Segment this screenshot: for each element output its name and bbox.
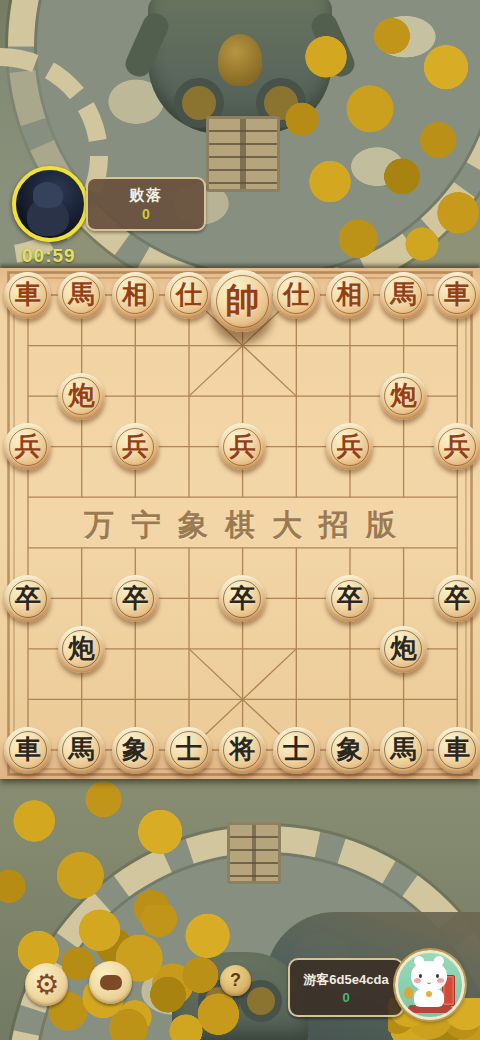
piece-char: 車 <box>15 737 41 763</box>
piece-char: 仕 <box>283 282 309 308</box>
piece-black-chariot[interactable]: 車 <box>434 727 480 774</box>
self-player-score: 0 <box>342 990 349 1005</box>
piece-char: 兵 <box>122 434 148 460</box>
cat-ear <box>433 955 445 967</box>
piece-char: 馬 <box>390 737 416 763</box>
piece-black-cannon[interactable]: 炮 <box>58 626 105 673</box>
piece-char: 兵 <box>337 434 363 460</box>
piece-black-elephant[interactable]: 象 <box>326 727 373 774</box>
brick-ornament-top <box>206 116 280 192</box>
self-player-name: 游客6d5e4cda <box>303 971 388 989</box>
piece-black-soldier[interactable]: 卒 <box>326 575 373 622</box>
piece-black-advisor[interactable]: 士 <box>165 727 212 774</box>
opponent-panel: 败落 0 <box>86 177 206 231</box>
piece-char: 馬 <box>390 282 416 308</box>
piece-black-soldier[interactable]: 卒 <box>219 575 266 622</box>
mask-crown-ornament <box>218 34 262 86</box>
piece-black-cannon[interactable]: 炮 <box>380 626 427 673</box>
piece-char: 相 <box>122 282 148 308</box>
piece-char: 卒 <box>229 586 255 612</box>
piece-red-elephant[interactable]: 相 <box>112 272 159 319</box>
piece-char: 帥 <box>225 284 259 318</box>
piece-char: 象 <box>122 737 148 763</box>
piece-char: 車 <box>444 282 470 308</box>
cat-cheek <box>437 978 444 983</box>
self-avatar-lucky-cat[interactable] <box>395 950 465 1020</box>
chat-button[interactable] <box>89 961 132 1004</box>
xiangqi-board: 万宁象棋大招版 車馬相仕帥仕相馬車炮炮兵兵兵兵兵卒卒卒卒卒炮炮車馬象士将士象馬車 <box>0 268 480 779</box>
brick-ornament-bottom <box>227 822 281 884</box>
piece-black-general[interactable]: 将 <box>219 727 266 774</box>
piece-char: 卒 <box>15 586 41 612</box>
piece-char: 象 <box>337 737 363 763</box>
piece-char: 兵 <box>15 434 41 460</box>
board-grid: 車馬相仕帥仕相馬車炮炮兵兵兵兵兵卒卒卒卒卒炮炮車馬象士将士象馬車 <box>1 270 480 775</box>
piece-red-soldier[interactable]: 兵 <box>219 423 266 470</box>
cat-coin <box>404 987 413 999</box>
cat-bell <box>426 991 432 997</box>
piece-red-advisor[interactable]: 仕 <box>165 272 212 319</box>
opponent-name: 败落 <box>129 186 163 205</box>
piece-char: 馬 <box>68 737 94 763</box>
foliage-top-right <box>282 10 480 270</box>
piece-red-horse[interactable]: 馬 <box>380 272 427 319</box>
cat-ear <box>413 955 425 967</box>
piece-char: 卒 <box>337 586 363 612</box>
piece-black-horse[interactable]: 馬 <box>58 727 105 774</box>
piece-red-elephant[interactable]: 相 <box>326 272 373 319</box>
piece-char: 兵 <box>229 434 255 460</box>
piece-red-cannon[interactable]: 炮 <box>380 373 427 420</box>
piece-char: 卒 <box>122 586 148 612</box>
piece-black-soldier[interactable]: 卒 <box>112 575 159 622</box>
cat-cheek <box>414 978 421 983</box>
piece-black-horse[interactable]: 馬 <box>380 727 427 774</box>
piece-char: 将 <box>229 737 255 763</box>
help-button[interactable]: ? <box>220 965 251 996</box>
piece-red-soldier[interactable]: 兵 <box>4 423 51 470</box>
piece-char: 炮 <box>68 383 94 409</box>
piece-red-soldier[interactable]: 兵 <box>434 423 480 470</box>
piece-char: 車 <box>15 282 41 308</box>
chat-bubble-icon <box>100 975 122 990</box>
piece-black-advisor[interactable]: 士 <box>273 727 320 774</box>
piece-red-advisor[interactable]: 仕 <box>273 272 320 319</box>
cat-eye <box>419 974 422 978</box>
piece-char: 士 <box>283 737 309 763</box>
piece-black-soldier[interactable]: 卒 <box>434 575 480 622</box>
piece-red-cannon[interactable]: 炮 <box>58 373 105 420</box>
cat-mouth <box>427 980 431 984</box>
opponent-avatar[interactable] <box>12 166 88 242</box>
piece-black-soldier[interactable]: 卒 <box>4 575 51 622</box>
piece-black-chariot[interactable]: 車 <box>4 727 51 774</box>
piece-char: 卒 <box>444 586 470 612</box>
piece-red-chariot[interactable]: 車 <box>4 272 51 319</box>
opponent-portrait <box>33 182 63 208</box>
gear-icon: ⚙ <box>34 971 59 999</box>
piece-char: 馬 <box>68 282 94 308</box>
question-mark-icon: ? <box>230 970 241 991</box>
piece-red-general[interactable]: 帥 <box>211 270 273 332</box>
opponent-score: 0 <box>142 206 150 222</box>
piece-red-soldier[interactable]: 兵 <box>326 423 373 470</box>
piece-char: 仕 <box>176 282 202 308</box>
piece-char: 炮 <box>390 383 416 409</box>
piece-char: 炮 <box>390 636 416 662</box>
foliage-bottom-left-2 <box>60 905 240 1040</box>
piece-char: 相 <box>337 282 363 308</box>
piece-char: 炮 <box>68 636 94 662</box>
move-timer: 00:59 <box>22 245 76 267</box>
piece-red-horse[interactable]: 馬 <box>58 272 105 319</box>
piece-char: 車 <box>444 737 470 763</box>
piece-char: 士 <box>176 737 202 763</box>
cat-head <box>411 961 447 991</box>
piece-red-soldier[interactable]: 兵 <box>112 423 159 470</box>
game-screen: 败落 0 00:59 <box>0 0 480 1040</box>
piece-red-chariot[interactable]: 車 <box>434 272 480 319</box>
self-player-panel: 游客6d5e4cda 0 <box>288 958 404 1017</box>
settings-button[interactable]: ⚙ <box>25 963 68 1006</box>
piece-black-elephant[interactable]: 象 <box>112 727 159 774</box>
piece-char: 兵 <box>444 434 470 460</box>
